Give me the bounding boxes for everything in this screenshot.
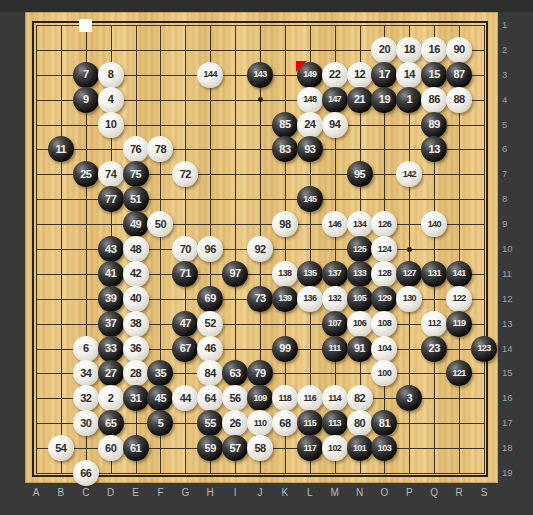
stone-O4: 19 [371, 87, 397, 113]
row-label-17: 17 [502, 417, 522, 428]
column-label-A: A [28, 487, 44, 498]
move-number: 16 [429, 44, 440, 55]
stone-D17: 65 [98, 410, 124, 436]
stone-C17: 30 [73, 410, 99, 436]
stone-R12: 122 [446, 286, 472, 312]
move-number: 58 [254, 443, 265, 454]
move-number: 132 [328, 294, 341, 303]
move-number: 56 [229, 393, 240, 404]
move-number: 136 [303, 294, 316, 303]
move-number: 135 [303, 269, 316, 278]
stone-M3: 22 [322, 62, 348, 88]
row-label-11: 11 [502, 268, 522, 279]
move-number: 46 [205, 343, 216, 354]
move-number: 142 [403, 170, 416, 179]
move-number: 125 [353, 245, 366, 254]
stone-D10: 43 [98, 236, 124, 262]
move-number: 113 [328, 419, 341, 428]
stone-C7: 25 [73, 161, 99, 187]
move-number: 106 [353, 319, 366, 328]
move-number: 23 [429, 343, 440, 354]
stone-N10: 125 [347, 236, 373, 262]
stone-G13: 47 [172, 311, 198, 337]
stone-I11: 97 [222, 261, 248, 287]
move-number: 45 [155, 393, 166, 404]
column-label-R: R [451, 487, 467, 498]
move-number: 95 [354, 169, 365, 180]
stone-L8: 145 [297, 186, 323, 212]
row-label-4: 4 [502, 94, 522, 105]
move-number: 86 [429, 94, 440, 105]
move-number: 11 [56, 144, 67, 155]
stone-R11: 141 [446, 261, 472, 287]
stone-D11: 41 [98, 261, 124, 287]
move-number: 47 [180, 318, 191, 329]
move-number: 81 [379, 418, 390, 429]
row-label-8: 8 [502, 193, 522, 204]
stone-P4: 1 [396, 87, 422, 113]
stone-D4: 4 [98, 87, 124, 113]
move-number: 105 [353, 294, 366, 303]
stone-N14: 91 [347, 336, 373, 362]
move-number: 25 [80, 169, 91, 180]
move-number: 71 [180, 268, 191, 279]
stone-L4: 148 [297, 87, 323, 113]
row-label-3: 3 [502, 69, 522, 80]
move-number: 117 [303, 444, 316, 453]
row-label-2: 2 [502, 44, 522, 55]
move-number: 12 [354, 69, 365, 80]
stone-K9: 98 [272, 211, 298, 237]
move-number: 66 [80, 468, 91, 479]
stone-R3: 87 [446, 62, 472, 88]
stone-D14: 33 [98, 336, 124, 362]
move-number: 148 [303, 95, 316, 104]
stone-E7: 75 [123, 161, 149, 187]
stone-L16: 116 [297, 385, 323, 411]
move-number: 69 [205, 293, 216, 304]
stone-C3: 7 [73, 62, 99, 88]
stone-M13: 107 [322, 311, 348, 337]
row-label-19: 19 [502, 467, 522, 478]
row-label-12: 12 [502, 293, 522, 304]
move-number: 96 [205, 244, 216, 255]
move-number: 94 [329, 119, 340, 130]
stone-Q11: 131 [421, 261, 447, 287]
row-label-10: 10 [502, 243, 522, 254]
stone-K11: 138 [272, 261, 298, 287]
stone-M11: 137 [322, 261, 348, 287]
move-number: 138 [278, 269, 291, 278]
stone-J18: 58 [247, 435, 273, 461]
move-number: 80 [354, 418, 365, 429]
move-number: 33 [105, 343, 116, 354]
move-number: 87 [454, 69, 465, 80]
move-number: 55 [205, 418, 216, 429]
column-label-M: M [327, 487, 343, 498]
move-number: 61 [130, 443, 141, 454]
row-label-1: 1 [502, 19, 522, 30]
stone-L3: 149 [297, 62, 323, 88]
move-number: 13 [429, 144, 440, 155]
move-number: 145 [303, 195, 316, 204]
stone-M4: 147 [322, 87, 348, 113]
move-number: 133 [353, 269, 366, 278]
move-number: 89 [429, 119, 440, 130]
goban[interactable]: 2018169078144143149221217141587941481472… [25, 12, 498, 483]
stone-E9: 49 [123, 211, 149, 237]
move-number: 73 [254, 293, 265, 304]
stone-H3: 144 [197, 62, 223, 88]
move-number: 50 [155, 219, 166, 230]
move-number: 109 [253, 394, 266, 403]
column-label-F: F [152, 487, 168, 498]
move-number: 30 [80, 418, 91, 429]
stone-H12: 69 [197, 286, 223, 312]
row-label-5: 5 [502, 119, 522, 130]
move-number: 60 [105, 443, 116, 454]
stone-R13: 119 [446, 311, 472, 337]
stone-C19: 66 [73, 460, 99, 486]
move-number: 128 [378, 269, 391, 278]
column-label-L: L [302, 487, 318, 498]
stone-E11: 42 [123, 261, 149, 287]
move-number: 21 [354, 94, 365, 105]
stone-J12: 73 [247, 286, 273, 312]
stone-Q4: 86 [421, 87, 447, 113]
move-number: 72 [180, 169, 191, 180]
stone-D18: 60 [98, 435, 124, 461]
move-number: 140 [428, 220, 441, 229]
stone-E13: 38 [123, 311, 149, 337]
move-number: 122 [453, 294, 466, 303]
stone-K14: 99 [272, 336, 298, 362]
move-number: 20 [379, 44, 390, 55]
move-number: 39 [105, 293, 116, 304]
move-number: 124 [378, 245, 391, 254]
stone-L11: 135 [297, 261, 323, 287]
column-label-D: D [103, 487, 119, 498]
move-number: 3 [407, 393, 413, 404]
move-number: 67 [180, 343, 191, 354]
stone-Q3: 15 [421, 62, 447, 88]
square-marker-C1 [79, 19, 92, 32]
row-label-7: 7 [502, 168, 522, 179]
stone-G14: 67 [172, 336, 198, 362]
stone-N17: 80 [347, 410, 373, 436]
move-number: 102 [328, 444, 341, 453]
move-number: 104 [378, 344, 391, 353]
column-label-S: S [476, 487, 492, 498]
stone-K5: 85 [272, 112, 298, 138]
move-number: 8 [108, 69, 114, 80]
stone-D3: 8 [98, 62, 124, 88]
stone-E8: 51 [123, 186, 149, 212]
move-number: 31 [130, 393, 141, 404]
move-number: 74 [105, 169, 116, 180]
column-label-K: K [277, 487, 293, 498]
move-number: 54 [55, 443, 66, 454]
move-number: 14 [404, 69, 415, 80]
move-number: 111 [329, 344, 341, 353]
move-number: 43 [105, 244, 116, 255]
stone-N9: 134 [347, 211, 373, 237]
move-number: 36 [130, 343, 141, 354]
move-number: 44 [180, 393, 191, 404]
move-number: 75 [130, 169, 141, 180]
move-number: 137 [328, 269, 341, 278]
move-number: 1 [407, 94, 413, 105]
stone-L18: 117 [297, 435, 323, 461]
column-label-C: C [78, 487, 94, 498]
stone-C4: 9 [73, 87, 99, 113]
stone-J10: 92 [247, 236, 273, 262]
stone-K12: 139 [272, 286, 298, 312]
stone-M5: 94 [322, 112, 348, 138]
move-number: 10 [105, 119, 116, 130]
move-number: 38 [130, 318, 141, 329]
move-number: 103 [378, 444, 391, 453]
row-label-16: 16 [502, 392, 522, 403]
stone-O13: 108 [371, 311, 397, 337]
stone-O14: 104 [371, 336, 397, 362]
stone-N7: 95 [347, 161, 373, 187]
move-number: 127 [403, 269, 416, 278]
move-number: 108 [378, 319, 391, 328]
move-number: 59 [205, 443, 216, 454]
move-number: 123 [477, 344, 490, 353]
move-number: 17 [379, 69, 390, 80]
stone-S14: 123 [471, 336, 497, 362]
move-number: 134 [353, 220, 366, 229]
move-number: 131 [428, 269, 441, 278]
row-label-9: 9 [502, 218, 522, 229]
column-label-N: N [352, 487, 368, 498]
move-number: 98 [279, 219, 290, 230]
move-number: 100 [378, 369, 391, 378]
move-number: 85 [279, 119, 290, 130]
move-number: 83 [279, 144, 290, 155]
column-label-H: H [202, 487, 218, 498]
move-number: 141 [453, 269, 466, 278]
move-number: 19 [379, 94, 390, 105]
move-number: 51 [130, 194, 141, 205]
stone-M12: 132 [322, 286, 348, 312]
move-number: 88 [454, 94, 465, 105]
row-label-13: 13 [502, 318, 522, 329]
stone-C14: 6 [73, 336, 99, 362]
move-number: 5 [158, 418, 164, 429]
move-number: 32 [80, 393, 91, 404]
move-number: 52 [205, 318, 216, 329]
column-label-O: O [376, 487, 392, 498]
stone-D13: 37 [98, 311, 124, 337]
column-label-Q: Q [426, 487, 442, 498]
move-number: 114 [328, 394, 341, 403]
move-number: 110 [254, 419, 267, 428]
move-number: 2 [108, 393, 114, 404]
move-number: 144 [204, 70, 217, 79]
move-number: 97 [229, 268, 240, 279]
stone-E14: 36 [123, 336, 149, 362]
stone-N13: 106 [347, 311, 373, 337]
star-point [258, 97, 263, 102]
move-number: 4 [108, 94, 114, 105]
column-label-P: P [401, 487, 417, 498]
move-number: 7 [83, 69, 89, 80]
move-number: 119 [453, 319, 466, 328]
move-number: 22 [329, 69, 340, 80]
column-label-B: B [53, 487, 69, 498]
column-label-E: E [128, 487, 144, 498]
stone-D5: 10 [98, 112, 124, 138]
stone-P3: 14 [396, 62, 422, 88]
stone-N12: 105 [347, 286, 373, 312]
stone-H13: 52 [197, 311, 223, 337]
move-number: 146 [328, 220, 341, 229]
stone-C16: 32 [73, 385, 99, 411]
move-number: 121 [453, 369, 466, 378]
move-number: 41 [105, 268, 116, 279]
stone-E6: 76 [123, 136, 149, 162]
move-number: 126 [378, 220, 391, 229]
stone-H14: 46 [197, 336, 223, 362]
move-number: 101 [353, 444, 366, 453]
move-number: 24 [304, 119, 315, 130]
move-number: 115 [303, 419, 316, 428]
stone-N3: 12 [347, 62, 373, 88]
stone-E15: 28 [123, 360, 149, 386]
column-label-G: G [177, 487, 193, 498]
stone-E18: 61 [123, 435, 149, 461]
move-number: 64 [205, 393, 216, 404]
last-move-marker [296, 61, 307, 72]
move-number: 15 [429, 69, 440, 80]
move-number: 116 [303, 394, 316, 403]
move-number: 48 [130, 244, 141, 255]
stone-K17: 68 [272, 410, 298, 436]
move-number: 77 [105, 194, 116, 205]
column-label-J: J [252, 487, 268, 498]
stone-N16: 82 [347, 385, 373, 411]
stone-N11: 133 [347, 261, 373, 287]
move-number: 118 [279, 394, 292, 403]
move-number: 82 [354, 393, 365, 404]
move-number: 78 [155, 144, 166, 155]
move-number: 70 [180, 244, 191, 255]
stone-D8: 77 [98, 186, 124, 212]
column-label-I: I [227, 487, 243, 498]
stone-Q5: 89 [421, 112, 447, 138]
stone-D15: 27 [98, 360, 124, 386]
move-number: 28 [130, 368, 141, 379]
stone-M14: 111 [322, 336, 348, 362]
move-number: 40 [130, 293, 141, 304]
stone-P12: 130 [396, 286, 422, 312]
stone-Q2: 16 [421, 37, 447, 63]
stone-L5: 24 [297, 112, 323, 138]
move-number: 63 [229, 368, 240, 379]
move-number: 49 [130, 219, 141, 230]
move-number: 79 [254, 368, 265, 379]
stone-L12: 136 [297, 286, 323, 312]
row-label-6: 6 [502, 143, 522, 154]
move-number: 91 [354, 343, 365, 354]
top-margin [0, 0, 533, 12]
move-number: 90 [454, 44, 465, 55]
stone-M17: 113 [322, 410, 348, 436]
go-game-record-viewer: 2018169078144143149221217141587941481472… [0, 0, 533, 515]
move-number: 34 [80, 368, 91, 379]
move-number: 107 [328, 319, 341, 328]
stone-Q14: 23 [421, 336, 447, 362]
star-point [407, 247, 412, 252]
move-number: 147 [328, 95, 341, 104]
move-number: 42 [130, 268, 141, 279]
move-number: 65 [105, 418, 116, 429]
move-number: 26 [229, 418, 240, 429]
move-number: 84 [205, 368, 216, 379]
row-label-15: 15 [502, 367, 522, 378]
move-number: 9 [83, 94, 89, 105]
stone-D16: 2 [98, 385, 124, 411]
move-number: 112 [428, 319, 441, 328]
move-number: 18 [404, 44, 415, 55]
move-number: 37 [105, 318, 116, 329]
move-number: 92 [254, 244, 265, 255]
stone-D12: 39 [98, 286, 124, 312]
move-number: 129 [378, 294, 391, 303]
stone-E10: 48 [123, 236, 149, 262]
stone-M16: 114 [322, 385, 348, 411]
stone-N18: 101 [347, 435, 373, 461]
move-number: 93 [304, 144, 315, 155]
stone-R4: 88 [446, 87, 472, 113]
stone-L17: 115 [297, 410, 323, 436]
move-number: 57 [229, 443, 240, 454]
move-number: 27 [105, 368, 116, 379]
stone-M9: 146 [322, 211, 348, 237]
move-number: 143 [253, 70, 266, 79]
move-number: 35 [155, 368, 166, 379]
move-number: 76 [130, 144, 141, 155]
row-label-18: 18 [502, 442, 522, 453]
stone-Q13: 112 [421, 311, 447, 337]
stone-N4: 21 [347, 87, 373, 113]
stone-M18: 102 [322, 435, 348, 461]
stone-B18: 54 [48, 435, 74, 461]
move-number: 139 [278, 294, 291, 303]
move-number: 130 [403, 294, 416, 303]
stone-J3: 143 [247, 62, 273, 88]
move-number: 6 [83, 343, 89, 354]
stone-R2: 90 [446, 37, 472, 63]
stone-E16: 31 [123, 385, 149, 411]
move-number: 68 [279, 418, 290, 429]
move-number: 99 [279, 343, 290, 354]
row-label-14: 14 [502, 343, 522, 354]
stone-E12: 40 [123, 286, 149, 312]
stone-D7: 74 [98, 161, 124, 187]
